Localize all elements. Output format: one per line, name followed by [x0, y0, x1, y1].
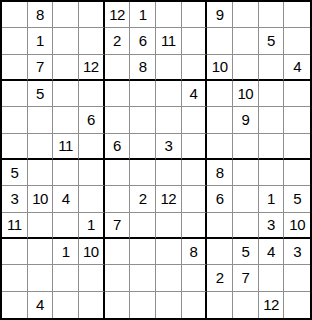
cell-r2c8-empty[interactable] [182, 28, 208, 54]
cell-r10c12-given: 3 [284, 239, 310, 265]
cell-r3c3-empty[interactable] [53, 55, 79, 81]
cell-r4c1-empty[interactable] [2, 81, 28, 107]
cell-r3c9-given: 10 [207, 55, 233, 81]
cell-r11c2-empty[interactable] [28, 265, 54, 291]
cell-r2c7-given: 11 [156, 28, 182, 54]
cell-r7c11-empty[interactable] [259, 160, 285, 186]
cell-r5c3-empty[interactable] [53, 107, 79, 133]
cell-r12c8-empty[interactable] [182, 292, 208, 318]
cell-r9c7-empty[interactable] [156, 213, 182, 239]
cell-r6c2-empty[interactable] [28, 134, 54, 160]
cell-r2c4-empty[interactable] [79, 28, 105, 54]
cell-r4c7-empty[interactable] [156, 81, 182, 107]
cell-r3c7-empty[interactable] [156, 55, 182, 81]
cell-r11c12-empty[interactable] [284, 265, 310, 291]
cell-r12c9-empty[interactable] [207, 292, 233, 318]
cell-r3c4-given: 12 [79, 55, 105, 81]
cell-r8c5-empty[interactable] [105, 186, 131, 212]
cell-r3c1-empty[interactable] [2, 55, 28, 81]
cell-r10c4-given: 10 [79, 239, 105, 265]
cell-r10c9-empty[interactable] [207, 239, 233, 265]
cell-r4c9-empty[interactable] [207, 81, 233, 107]
cell-r8c6-given: 2 [130, 186, 156, 212]
cell-r7c8-empty[interactable] [182, 160, 208, 186]
cell-r12c2-given: 4 [28, 292, 54, 318]
cell-r9c5-given: 7 [105, 213, 131, 239]
cell-r7c9-given: 8 [207, 160, 233, 186]
cell-r6c4-empty[interactable] [79, 134, 105, 160]
cell-r12c6-empty[interactable] [130, 292, 156, 318]
cell-r2c1-empty[interactable] [2, 28, 28, 54]
cell-r7c2-empty[interactable] [28, 160, 54, 186]
cell-r8c4-empty[interactable] [79, 186, 105, 212]
cell-r7c10-empty[interactable] [233, 160, 259, 186]
cell-r4c10-given: 10 [233, 81, 259, 107]
cell-r12c7-empty[interactable] [156, 292, 182, 318]
cell-r8c12-given: 5 [284, 186, 310, 212]
cell-r5c8-empty[interactable] [182, 107, 208, 133]
cell-r1c8-empty[interactable] [182, 2, 208, 28]
cell-r6c8-empty[interactable] [182, 134, 208, 160]
cell-r7c7-empty[interactable] [156, 160, 182, 186]
cell-r3c11-empty[interactable] [259, 55, 285, 81]
cell-r9c2-empty[interactable] [28, 213, 54, 239]
cell-r10c6-empty[interactable] [130, 239, 156, 265]
cell-r8c10-empty[interactable] [233, 186, 259, 212]
cell-r7c6-empty[interactable] [130, 160, 156, 186]
cell-r11c7-empty[interactable] [156, 265, 182, 291]
cell-r10c7-empty[interactable] [156, 239, 182, 265]
cell-r9c3-empty[interactable] [53, 213, 79, 239]
cell-r3c2-given: 7 [28, 55, 54, 81]
cell-r6c9-empty[interactable] [207, 134, 233, 160]
cell-r11c11-empty[interactable] [259, 265, 285, 291]
cell-r6c11-empty[interactable] [259, 134, 285, 160]
cell-r2c10-empty[interactable] [233, 28, 259, 54]
cell-r12c3-empty[interactable] [53, 292, 79, 318]
cell-r10c10-given: 5 [233, 239, 259, 265]
cell-r1c12-empty[interactable] [284, 2, 310, 28]
cell-r12c11-given: 12 [259, 292, 285, 318]
cell-r8c8-empty[interactable] [182, 186, 208, 212]
cell-r5c4-given: 6 [79, 107, 105, 133]
cell-r9c12-given: 10 [284, 213, 310, 239]
cell-r6c12-empty[interactable] [284, 134, 310, 160]
cell-r11c10-given: 7 [233, 265, 259, 291]
cell-r10c5-empty[interactable] [105, 239, 131, 265]
cell-r5c11-empty[interactable] [259, 107, 285, 133]
cell-r5c1-empty[interactable] [2, 107, 28, 133]
cell-r10c1-empty[interactable] [2, 239, 28, 265]
cell-r4c2-given: 5 [28, 81, 54, 107]
cell-r4c5-empty[interactable] [105, 81, 131, 107]
cell-r2c5-given: 2 [105, 28, 131, 54]
cell-r2c3-empty[interactable] [53, 28, 79, 54]
cell-r7c4-empty[interactable] [79, 160, 105, 186]
cell-r1c7-empty[interactable] [156, 2, 182, 28]
cell-r2c12-empty[interactable] [284, 28, 310, 54]
cell-r2c2-given: 1 [28, 28, 54, 54]
cell-r4c8-given: 4 [182, 81, 208, 107]
cell-r9c6-empty[interactable] [130, 213, 156, 239]
cell-r9c10-empty[interactable] [233, 213, 259, 239]
cell-r1c11-empty[interactable] [259, 2, 285, 28]
cell-r5c6-empty[interactable] [130, 107, 156, 133]
cell-r8c11-given: 1 [259, 186, 285, 212]
cell-r11c8-empty[interactable] [182, 265, 208, 291]
cell-r7c3-empty[interactable] [53, 160, 79, 186]
cell-r3c8-empty[interactable] [182, 55, 208, 81]
cell-r10c11-given: 4 [259, 239, 285, 265]
cell-r2c9-empty[interactable] [207, 28, 233, 54]
cell-r1c5-given: 12 [105, 2, 131, 28]
cell-r5c10-given: 9 [233, 107, 259, 133]
cell-r10c2-empty[interactable] [28, 239, 54, 265]
cell-r2c11-given: 5 [259, 28, 285, 54]
cell-r6c1-empty[interactable] [2, 134, 28, 160]
cell-r10c3-given: 1 [53, 239, 79, 265]
cell-r5c5-empty[interactable] [105, 107, 131, 133]
cell-r6c10-empty[interactable] [233, 134, 259, 160]
cell-r4c3-empty[interactable] [53, 81, 79, 107]
cell-r9c4-given: 1 [79, 213, 105, 239]
cell-r12c1-empty[interactable] [2, 292, 28, 318]
cell-r8c3-given: 4 [53, 186, 79, 212]
cell-r4c6-empty[interactable] [130, 81, 156, 107]
cell-r6c6-empty[interactable] [130, 134, 156, 160]
cell-r8c7-given: 12 [156, 186, 182, 212]
cell-r1c10-empty[interactable] [233, 2, 259, 28]
cell-r5c2-empty[interactable] [28, 107, 54, 133]
cell-r5c9-empty[interactable] [207, 107, 233, 133]
cell-r3c10-empty[interactable] [233, 55, 259, 81]
cell-r9c8-empty[interactable] [182, 213, 208, 239]
cell-r11c3-empty[interactable] [53, 265, 79, 291]
cell-r1c3-empty[interactable] [53, 2, 79, 28]
cell-r8c2-given: 10 [28, 186, 54, 212]
cell-r11c6-empty[interactable] [130, 265, 156, 291]
cell-r4c11-empty[interactable] [259, 81, 285, 107]
cell-r12c4-empty[interactable] [79, 292, 105, 318]
cell-r11c1-empty[interactable] [2, 265, 28, 291]
cell-r7c12-empty[interactable] [284, 160, 310, 186]
cell-r11c4-empty[interactable] [79, 265, 105, 291]
cell-r11c9-given: 2 [207, 265, 233, 291]
cell-r12c12-empty[interactable] [284, 292, 310, 318]
cell-r1c4-empty[interactable] [79, 2, 105, 28]
cell-r12c5-empty[interactable] [105, 292, 131, 318]
cell-r3c12-given: 4 [284, 55, 310, 81]
cell-r1c9-given: 9 [207, 2, 233, 28]
cell-r8c1-given: 3 [2, 186, 28, 212]
cell-r2c6-given: 6 [130, 28, 156, 54]
cell-r6c5-given: 6 [105, 134, 131, 160]
cell-r1c2-given: 8 [28, 2, 54, 28]
cell-r4c12-empty[interactable] [284, 81, 310, 107]
cell-r1c1-empty[interactable] [2, 2, 28, 28]
cell-r9c9-empty[interactable] [207, 213, 233, 239]
cell-r5c7-empty[interactable] [156, 107, 182, 133]
cell-r5c12-empty[interactable] [284, 107, 310, 133]
cell-r4c4-empty[interactable] [79, 81, 105, 107]
cell-r7c1-given: 5 [2, 160, 28, 186]
cell-r8c9-given: 6 [207, 186, 233, 212]
cell-r9c1-given: 11 [2, 213, 28, 239]
cell-r3c6-given: 8 [130, 55, 156, 81]
cell-r1c6-given: 1 [130, 2, 156, 28]
cell-r10c8-given: 8 [182, 239, 208, 265]
cell-r12c10-empty[interactable] [233, 292, 259, 318]
cell-r7c5-empty[interactable] [105, 160, 131, 186]
cell-r3c5-empty[interactable] [105, 55, 131, 81]
cell-r11c5-empty[interactable] [105, 265, 131, 291]
cell-r6c3-given: 11 [53, 134, 79, 160]
cell-r9c11-given: 3 [259, 213, 285, 239]
cell-r6c7-given: 3 [156, 134, 182, 160]
sudoku-board: 8121912611571281045410691163583104212615… [0, 0, 312, 320]
